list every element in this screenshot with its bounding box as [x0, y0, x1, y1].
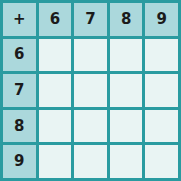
sum-cell-8-8[interactable]: [110, 110, 143, 143]
sum-cell-6-9[interactable]: [145, 39, 178, 72]
sum-cell-9-8[interactable]: [110, 145, 143, 178]
col-header-9: 9: [145, 3, 178, 36]
sum-cell-9-7[interactable]: [74, 145, 107, 178]
sum-cell-8-6[interactable]: [39, 110, 72, 143]
col-header-8: 8: [110, 3, 143, 36]
sum-cell-9-6[interactable]: [39, 145, 72, 178]
sum-cell-7-6[interactable]: [39, 74, 72, 107]
row-header-9: 9: [3, 145, 36, 178]
row-header-8: 8: [3, 110, 36, 143]
operator-cell: +: [3, 3, 36, 36]
sum-cell-7-7[interactable]: [74, 74, 107, 107]
sum-cell-7-9[interactable]: [145, 74, 178, 107]
sum-cell-9-9[interactable]: [145, 145, 178, 178]
row-header-6: 6: [3, 39, 36, 72]
addition-table-grid: + 6 7 8 9 6 7 8 9: [0, 0, 181, 181]
col-header-6: 6: [39, 3, 72, 36]
col-header-7: 7: [74, 3, 107, 36]
row-header-7: 7: [3, 74, 36, 107]
sum-cell-8-7[interactable]: [74, 110, 107, 143]
sum-cell-7-8[interactable]: [110, 74, 143, 107]
sum-cell-6-8[interactable]: [110, 39, 143, 72]
sum-cell-6-7[interactable]: [74, 39, 107, 72]
sum-cell-8-9[interactable]: [145, 110, 178, 143]
sum-cell-6-6[interactable]: [39, 39, 72, 72]
